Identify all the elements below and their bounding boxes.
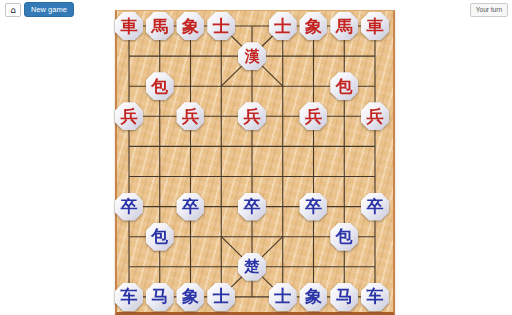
piece-cho-chariot[interactable]: 车 — [114, 282, 145, 312]
piece-han-horse[interactable]: 馬 — [144, 11, 175, 41]
home-icon: ⌂ — [10, 5, 16, 15]
piece-cho-soldier[interactable]: 卒 — [237, 192, 268, 222]
chariot-glyph: 车 — [120, 288, 137, 305]
chariot-glyph: 車 — [120, 17, 137, 34]
elephant-glyph: 象 — [182, 288, 199, 305]
piece-cho-soldier[interactable]: 卒 — [175, 192, 206, 222]
soldier-glyph: 卒 — [120, 198, 137, 215]
elephant-glyph: 象 — [305, 17, 322, 34]
soldier-glyph: 兵 — [243, 107, 260, 124]
new-game-button[interactable]: New game — [24, 2, 74, 17]
horse-glyph: 馬 — [336, 17, 353, 34]
piece-cho-horse[interactable]: 马 — [144, 282, 175, 312]
piece-han-cannon[interactable]: 包 — [329, 71, 360, 101]
piece-han-soldier[interactable]: 兵 — [114, 101, 145, 131]
guard-glyph: 士 — [213, 288, 230, 305]
elephant-glyph: 象 — [182, 17, 199, 34]
piece-han-cannon[interactable]: 包 — [144, 71, 175, 101]
home-button[interactable]: ⌂ — [5, 3, 21, 17]
piece-cho-guard[interactable]: 士 — [267, 282, 298, 312]
piece-cho-soldier[interactable]: 卒 — [360, 192, 391, 222]
piece-han-guard[interactable]: 士 — [206, 11, 237, 41]
piece-han-elephant[interactable]: 象 — [175, 11, 206, 41]
piece-han-general[interactable]: 漢 — [237, 41, 268, 71]
piece-layer: 車馬象士士象馬車漢包包兵兵兵兵兵卒卒卒卒卒包包楚车马象士士象马车 — [114, 11, 391, 312]
piece-han-elephant[interactable]: 象 — [298, 11, 329, 41]
soldier-glyph: 兵 — [182, 107, 199, 124]
piece-cho-guard[interactable]: 士 — [206, 282, 237, 312]
soldier-glyph: 卒 — [182, 198, 199, 215]
chariot-glyph: 车 — [366, 288, 383, 305]
cannon-glyph: 包 — [336, 228, 353, 245]
piece-han-chariot[interactable]: 車 — [360, 11, 391, 41]
piece-cho-elephant[interactable]: 象 — [175, 282, 206, 312]
chariot-glyph: 車 — [366, 17, 383, 34]
piece-han-chariot[interactable]: 車 — [114, 11, 145, 41]
soldier-glyph: 兵 — [305, 107, 322, 124]
guard-glyph: 士 — [274, 17, 291, 34]
soldier-glyph: 兵 — [366, 107, 383, 124]
soldier-glyph: 卒 — [243, 198, 260, 215]
piece-cho-horse[interactable]: 马 — [329, 282, 360, 312]
piece-cho-soldier[interactable]: 卒 — [298, 192, 329, 222]
janggi-board: 車馬象士士象馬車漢包包兵兵兵兵兵卒卒卒卒卒包包楚车马象士士象马车 — [115, 10, 395, 315]
piece-cho-elephant[interactable]: 象 — [298, 282, 329, 312]
piece-han-horse[interactable]: 馬 — [329, 11, 360, 41]
piece-cho-chariot[interactable]: 车 — [360, 282, 391, 312]
piece-han-guard[interactable]: 士 — [267, 11, 298, 41]
piece-han-soldier[interactable]: 兵 — [175, 101, 206, 131]
piece-han-soldier[interactable]: 兵 — [237, 101, 268, 131]
elephant-glyph: 象 — [305, 288, 322, 305]
soldier-glyph: 卒 — [366, 198, 383, 215]
soldier-glyph: 兵 — [120, 107, 137, 124]
turn-status-badge: Your turn — [470, 3, 508, 17]
general-glyph: 漢 — [244, 48, 259, 63]
piece-han-soldier[interactable]: 兵 — [298, 101, 329, 131]
general-glyph: 楚 — [244, 259, 259, 274]
soldier-glyph: 卒 — [305, 198, 322, 215]
piece-cho-soldier[interactable]: 卒 — [114, 192, 145, 222]
piece-cho-cannon[interactable]: 包 — [144, 222, 175, 252]
piece-cho-cannon[interactable]: 包 — [329, 222, 360, 252]
cannon-glyph: 包 — [151, 77, 168, 94]
guard-glyph: 士 — [274, 288, 291, 305]
piece-han-soldier[interactable]: 兵 — [360, 101, 391, 131]
piece-cho-general[interactable]: 楚 — [237, 252, 268, 282]
horse-glyph: 马 — [151, 288, 168, 305]
cannon-glyph: 包 — [151, 228, 168, 245]
guard-glyph: 士 — [213, 17, 230, 34]
horse-glyph: 馬 — [151, 17, 168, 34]
horse-glyph: 马 — [336, 288, 353, 305]
cannon-glyph: 包 — [336, 77, 353, 94]
